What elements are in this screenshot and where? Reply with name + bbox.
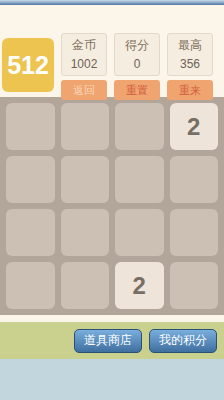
score-label: 得分 <box>115 37 159 54</box>
tile-2: 2 <box>115 262 164 309</box>
reset-button[interactable]: 重置 <box>114 80 160 100</box>
best-stat: 最高 356 <box>167 33 213 76</box>
board-cell <box>170 209 219 256</box>
my-points-button[interactable]: 我的积分 <box>149 329 217 353</box>
best-tile-512: 512 <box>2 38 54 92</box>
board-cell <box>61 156 110 203</box>
best-column: 最高 356 重来 <box>167 33 213 100</box>
best-label: 最高 <box>168 37 212 54</box>
item-shop-button[interactable]: 道具商店 <box>74 329 142 353</box>
board-cell <box>115 209 164 256</box>
best-value: 356 <box>168 57 212 71</box>
score-stat: 得分 0 <box>114 33 160 76</box>
board-cell <box>6 156 55 203</box>
divider <box>0 315 224 322</box>
coins-label: 金币 <box>62 37 106 54</box>
bottom-area <box>0 359 224 400</box>
coins-value: 1002 <box>62 57 106 71</box>
board-cell <box>6 262 55 309</box>
score-column: 得分 0 重置 <box>114 33 160 100</box>
board-cell <box>6 209 55 256</box>
retry-button[interactable]: 重来 <box>167 80 213 100</box>
board-cell <box>115 103 164 150</box>
coins-column: 金币 1002 返回 <box>61 33 107 100</box>
board-cell <box>61 262 110 309</box>
board-cell <box>170 262 219 309</box>
board-cell <box>115 156 164 203</box>
back-button[interactable]: 返回 <box>61 80 107 100</box>
coins-stat: 金币 1002 <box>61 33 107 76</box>
board-cell <box>170 156 219 203</box>
board-grid[interactable]: 22 <box>0 97 224 315</box>
board-cell <box>61 103 110 150</box>
board-cell <box>61 209 110 256</box>
board-cell <box>6 103 55 150</box>
footer-bar: 道具商店 我的积分 <box>0 322 224 359</box>
score-value: 0 <box>115 57 159 71</box>
app-screen: 512 金币 1002 返回 得分 0 重置 最高 356 重来 22 道具商店 <box>0 0 224 400</box>
tile-2: 2 <box>170 103 219 150</box>
header: 512 金币 1002 返回 得分 0 重置 最高 356 重来 <box>0 5 224 97</box>
